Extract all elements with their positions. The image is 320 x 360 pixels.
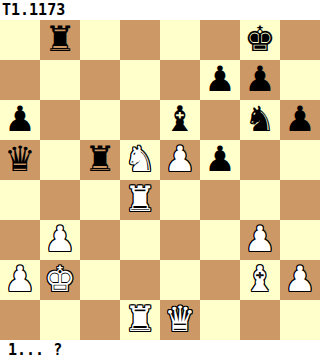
square-d6[interactable] bbox=[120, 100, 160, 140]
square-g3[interactable]: ♟ bbox=[240, 220, 280, 260]
square-h3[interactable] bbox=[280, 220, 320, 260]
square-d2[interactable] bbox=[120, 260, 160, 300]
square-d8[interactable] bbox=[120, 20, 160, 60]
chess-board: ♜♚♟♟♟♝♞♟♛♜♞♟♟♜♟♟♟♚♝♟♜♛ bbox=[0, 20, 320, 340]
square-b3[interactable]: ♟ bbox=[40, 220, 80, 260]
square-e7[interactable] bbox=[160, 60, 200, 100]
square-h1[interactable] bbox=[280, 300, 320, 340]
square-h4[interactable] bbox=[280, 180, 320, 220]
piece-black-pawn[interactable]: ♟ bbox=[4, 99, 35, 139]
square-e5[interactable]: ♟ bbox=[160, 140, 200, 180]
header-bar: T1.1173 bbox=[0, 0, 320, 20]
square-b5[interactable] bbox=[40, 140, 80, 180]
square-a3[interactable] bbox=[0, 220, 40, 260]
piece-white-pawn[interactable]: ♟ bbox=[164, 139, 195, 179]
square-b4[interactable] bbox=[40, 180, 80, 220]
square-e4[interactable] bbox=[160, 180, 200, 220]
square-b7[interactable] bbox=[40, 60, 80, 100]
square-h2[interactable]: ♟ bbox=[280, 260, 320, 300]
square-f6[interactable] bbox=[200, 100, 240, 140]
square-a6[interactable]: ♟ bbox=[0, 100, 40, 140]
square-g8[interactable]: ♚ bbox=[240, 20, 280, 60]
square-e2[interactable] bbox=[160, 260, 200, 300]
piece-black-bishop[interactable]: ♝ bbox=[164, 99, 195, 139]
square-g1[interactable] bbox=[240, 300, 280, 340]
piece-black-queen[interactable]: ♛ bbox=[4, 139, 35, 179]
square-f1[interactable] bbox=[200, 300, 240, 340]
piece-white-knight[interactable]: ♞ bbox=[124, 139, 155, 179]
square-d7[interactable] bbox=[120, 60, 160, 100]
square-g5[interactable] bbox=[240, 140, 280, 180]
move-prompt: 1... ? bbox=[0, 341, 62, 359]
square-f5[interactable]: ♟ bbox=[200, 140, 240, 180]
square-c4[interactable] bbox=[80, 180, 120, 220]
square-b2[interactable]: ♚ bbox=[40, 260, 80, 300]
piece-black-pawn[interactable]: ♟ bbox=[284, 99, 315, 139]
square-e8[interactable] bbox=[160, 20, 200, 60]
square-f3[interactable] bbox=[200, 220, 240, 260]
square-e6[interactable]: ♝ bbox=[160, 100, 200, 140]
square-e3[interactable] bbox=[160, 220, 200, 260]
square-a5[interactable]: ♛ bbox=[0, 140, 40, 180]
square-f2[interactable] bbox=[200, 260, 240, 300]
piece-black-king[interactable]: ♚ bbox=[244, 19, 275, 59]
square-c7[interactable] bbox=[80, 60, 120, 100]
square-b6[interactable] bbox=[40, 100, 80, 140]
piece-white-pawn[interactable]: ♟ bbox=[4, 259, 35, 299]
square-d5[interactable]: ♞ bbox=[120, 140, 160, 180]
square-b8[interactable]: ♜ bbox=[40, 20, 80, 60]
square-f4[interactable] bbox=[200, 180, 240, 220]
square-h8[interactable] bbox=[280, 20, 320, 60]
square-c5[interactable]: ♜ bbox=[80, 140, 120, 180]
square-c6[interactable] bbox=[80, 100, 120, 140]
square-c3[interactable] bbox=[80, 220, 120, 260]
puzzle-page: T1.1173 ♜♚♟♟♟♝♞♟♛♜♞♟♟♜♟♟♟♚♝♟♜♛ 1... ? bbox=[0, 0, 320, 360]
piece-white-queen[interactable]: ♛ bbox=[164, 299, 195, 339]
square-f8[interactable] bbox=[200, 20, 240, 60]
square-d1[interactable]: ♜ bbox=[120, 300, 160, 340]
square-c2[interactable] bbox=[80, 260, 120, 300]
square-g2[interactable]: ♝ bbox=[240, 260, 280, 300]
piece-white-pawn[interactable]: ♟ bbox=[44, 219, 75, 259]
square-c8[interactable] bbox=[80, 20, 120, 60]
square-e1[interactable]: ♛ bbox=[160, 300, 200, 340]
piece-white-rook[interactable]: ♜ bbox=[124, 179, 155, 219]
square-h7[interactable] bbox=[280, 60, 320, 100]
piece-white-rook[interactable]: ♜ bbox=[124, 299, 155, 339]
piece-white-pawn[interactable]: ♟ bbox=[244, 219, 275, 259]
piece-white-pawn[interactable]: ♟ bbox=[284, 259, 315, 299]
square-a2[interactable]: ♟ bbox=[0, 260, 40, 300]
piece-white-king[interactable]: ♚ bbox=[44, 259, 75, 299]
piece-black-pawn[interactable]: ♟ bbox=[204, 139, 235, 179]
square-g6[interactable]: ♞ bbox=[240, 100, 280, 140]
square-d3[interactable] bbox=[120, 220, 160, 260]
piece-black-pawn[interactable]: ♟ bbox=[204, 59, 235, 99]
piece-black-knight[interactable]: ♞ bbox=[244, 99, 275, 139]
square-b1[interactable] bbox=[40, 300, 80, 340]
square-g7[interactable]: ♟ bbox=[240, 60, 280, 100]
square-h5[interactable] bbox=[280, 140, 320, 180]
square-a7[interactable] bbox=[0, 60, 40, 100]
piece-black-pawn[interactable]: ♟ bbox=[244, 59, 275, 99]
square-g4[interactable] bbox=[240, 180, 280, 220]
square-f7[interactable]: ♟ bbox=[200, 60, 240, 100]
square-h6[interactable]: ♟ bbox=[280, 100, 320, 140]
piece-black-rook[interactable]: ♜ bbox=[44, 19, 75, 59]
square-a4[interactable] bbox=[0, 180, 40, 220]
piece-black-rook[interactable]: ♜ bbox=[84, 139, 115, 179]
square-c1[interactable] bbox=[80, 300, 120, 340]
square-a8[interactable] bbox=[0, 20, 40, 60]
square-d4[interactable]: ♜ bbox=[120, 180, 160, 220]
square-a1[interactable] bbox=[0, 300, 40, 340]
piece-white-bishop[interactable]: ♝ bbox=[244, 259, 275, 299]
footer-bar: 1... ? bbox=[0, 340, 320, 360]
puzzle-id: T1.1173 bbox=[0, 1, 65, 19]
